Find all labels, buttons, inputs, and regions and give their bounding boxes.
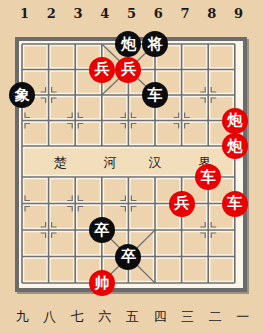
piece-red-cannon[interactable]: 炮 <box>222 133 248 159</box>
file-label-bottom-5: 五 <box>126 308 139 326</box>
file-label-top-2: 2 <box>47 6 56 21</box>
file-label-bottom-7: 三 <box>181 308 194 326</box>
file-label-top-1: 1 <box>20 6 29 21</box>
file-label-bottom-8: 二 <box>209 308 222 326</box>
piece-red-general[interactable]: 帅 <box>89 270 115 296</box>
river-text-0: 楚 <box>54 154 67 172</box>
file-label-bottom-2: 八 <box>43 308 56 326</box>
piece-black-soldier[interactable]: 卒 <box>115 244 141 270</box>
file-label-top-3: 3 <box>73 6 82 21</box>
piece-red-soldier[interactable]: 兵 <box>115 57 141 83</box>
file-label-bottom-3: 七 <box>71 308 84 326</box>
piece-black-general[interactable]: 将 <box>142 31 168 57</box>
piece-red-soldier[interactable]: 兵 <box>169 191 195 217</box>
file-label-top-4: 4 <box>100 6 109 21</box>
river-text-1: 河 <box>104 154 117 172</box>
piece-red-chariot[interactable]: 车 <box>222 191 248 217</box>
piece-black-cannon[interactable]: 炮 <box>115 31 141 57</box>
piece-red-cannon[interactable]: 炮 <box>222 108 248 134</box>
piece-black-soldier[interactable]: 卒 <box>89 217 115 243</box>
file-label-top-5: 5 <box>127 6 136 21</box>
file-label-top-8: 8 <box>207 6 216 21</box>
piece-black-chariot[interactable]: 车 <box>142 82 168 108</box>
file-label-top-9: 9 <box>234 6 243 21</box>
xiangqi-app: 123456789 楚河汉界 炮将兵兵象车炮炮车兵车卒卒帅 九八七六五四三二一 <box>0 0 264 333</box>
piece-red-chariot[interactable]: 车 <box>195 164 221 190</box>
piece-red-soldier[interactable]: 兵 <box>89 57 115 83</box>
file-label-bottom-9: 一 <box>236 308 249 326</box>
file-label-bottom-4: 六 <box>98 308 111 326</box>
file-label-top-7: 7 <box>180 6 189 21</box>
piece-black-elephant[interactable]: 象 <box>9 82 35 108</box>
file-label-bottom-6: 四 <box>154 308 167 326</box>
file-label-top-6: 6 <box>154 6 163 21</box>
file-label-bottom-1: 九 <box>16 308 29 326</box>
river-text-2: 汉 <box>149 154 162 172</box>
